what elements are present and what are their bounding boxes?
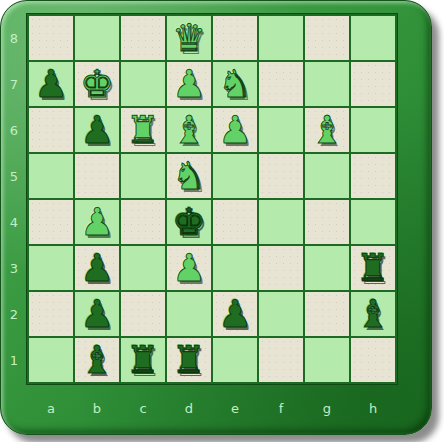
square-h7[interactable] [351,62,395,106]
black-bishop-b1[interactable]: ♝ [80,338,114,382]
square-e2[interactable]: ♟ [213,292,257,336]
black-rook-d1[interactable]: ♜ [172,338,206,382]
rank-label-3: 3 [1,246,27,290]
file-label-g: g [305,388,349,428]
square-a6[interactable] [29,108,73,152]
square-e3[interactable] [213,246,257,290]
square-b8[interactable] [75,16,119,60]
square-d5[interactable]: ♞ [167,154,211,198]
rank-label-2: 2 [1,292,27,336]
square-c8[interactable] [121,16,165,60]
square-e5[interactable] [213,154,257,198]
square-f7[interactable] [259,62,303,106]
square-c7[interactable] [121,62,165,106]
square-a5[interactable] [29,154,73,198]
square-d8[interactable]: ♛ [167,16,211,60]
square-g5[interactable] [305,154,349,198]
square-e6[interactable]: ♟ [213,108,257,152]
black-bishop-h2[interactable]: ♝ [356,292,390,336]
square-e4[interactable] [213,200,257,244]
square-f8[interactable] [259,16,303,60]
square-b1[interactable]: ♝ [75,338,119,382]
square-a2[interactable] [29,292,73,336]
rank-label-5: 5 [1,154,27,198]
square-h8[interactable] [351,16,395,60]
square-c4[interactable] [121,200,165,244]
square-d1[interactable]: ♜ [167,338,211,382]
square-a3[interactable] [29,246,73,290]
black-pawn-b2[interactable]: ♟ [80,292,114,336]
file-label-a: a [29,388,73,428]
white-pawn-b4[interactable]: ♟ [80,200,114,244]
board-grid: ♛♟♚♟♞♟♜♝♟♝♞♟♚♟♟♜♟♟♝♝♜♜ [27,14,397,384]
rank-label-7: 7 [1,62,27,106]
rank-labels: 87654321 [1,16,27,382]
square-h2[interactable]: ♝ [351,292,395,336]
black-king-d4[interactable]: ♚ [172,200,206,244]
square-b4[interactable]: ♟ [75,200,119,244]
file-label-e: e [213,388,257,428]
square-d7[interactable]: ♟ [167,62,211,106]
square-g4[interactable] [305,200,349,244]
file-label-h: h [351,388,395,428]
black-rook-c1[interactable]: ♜ [126,338,160,382]
square-f3[interactable] [259,246,303,290]
board-frame: 87654321 ♛♟♚♟♞♟♜♝♟♝♞♟♚♟♟♜♟♟♝♝♜♜ abcdefgh [0,0,432,435]
square-b6[interactable]: ♟ [75,108,119,152]
square-e8[interactable] [213,16,257,60]
square-c1[interactable]: ♜ [121,338,165,382]
white-pawn-d3[interactable]: ♟ [172,246,206,290]
white-pawn-e6[interactable]: ♟ [218,108,252,152]
square-b3[interactable]: ♟ [75,246,119,290]
square-c2[interactable] [121,292,165,336]
square-b5[interactable] [75,154,119,198]
square-f2[interactable] [259,292,303,336]
square-g7[interactable] [305,62,349,106]
square-e1[interactable] [213,338,257,382]
square-a4[interactable] [29,200,73,244]
square-f1[interactable] [259,338,303,382]
square-f6[interactable] [259,108,303,152]
square-d6[interactable]: ♝ [167,108,211,152]
square-g1[interactable] [305,338,349,382]
square-c6[interactable]: ♜ [121,108,165,152]
black-pawn-a7[interactable]: ♟ [34,62,68,106]
rank-label-6: 6 [1,108,27,152]
file-label-f: f [259,388,303,428]
file-label-d: d [167,388,211,428]
square-g8[interactable] [305,16,349,60]
square-h4[interactable] [351,200,395,244]
square-a7[interactable]: ♟ [29,62,73,106]
white-queen-d8[interactable]: ♛ [172,16,206,60]
square-a8[interactable] [29,16,73,60]
black-pawn-e2[interactable]: ♟ [218,292,252,336]
square-e7[interactable]: ♞ [213,62,257,106]
square-h5[interactable] [351,154,395,198]
black-pawn-b6[interactable]: ♟ [80,108,114,152]
square-b7[interactable]: ♚ [75,62,119,106]
square-g3[interactable] [305,246,349,290]
rank-label-4: 4 [1,200,27,244]
white-bishop-g6[interactable]: ♝ [310,108,344,152]
file-label-b: b [75,388,119,428]
file-label-c: c [121,388,165,428]
square-a1[interactable] [29,338,73,382]
rank-label-8: 8 [1,16,27,60]
white-rook-c6[interactable]: ♜ [126,108,160,152]
white-king-b7[interactable]: ♚ [80,62,114,106]
white-knight-d5[interactable]: ♞ [172,154,206,198]
white-bishop-d6[interactable]: ♝ [172,108,206,152]
square-g6[interactable]: ♝ [305,108,349,152]
rank-label-1: 1 [1,338,27,382]
black-pawn-b3[interactable]: ♟ [80,246,114,290]
square-c3[interactable] [121,246,165,290]
square-h1[interactable] [351,338,395,382]
black-rook-h3[interactable]: ♜ [356,246,390,290]
square-d4[interactable]: ♚ [167,200,211,244]
square-d3[interactable]: ♟ [167,246,211,290]
file-labels: abcdefgh [29,388,395,428]
square-d2[interactable] [167,292,211,336]
square-b2[interactable]: ♟ [75,292,119,336]
square-h3[interactable]: ♜ [351,246,395,290]
square-f4[interactable] [259,200,303,244]
square-h6[interactable] [351,108,395,152]
square-c5[interactable] [121,154,165,198]
white-pawn-d7[interactable]: ♟ [172,62,206,106]
chess-board-screenshot: 87654321 ♛♟♚♟♞♟♜♝♟♝♞♟♚♟♟♜♟♟♝♝♜♜ abcdefgh [0,0,444,442]
square-g2[interactable] [305,292,349,336]
white-knight-e7[interactable]: ♞ [218,62,252,106]
square-f5[interactable] [259,154,303,198]
